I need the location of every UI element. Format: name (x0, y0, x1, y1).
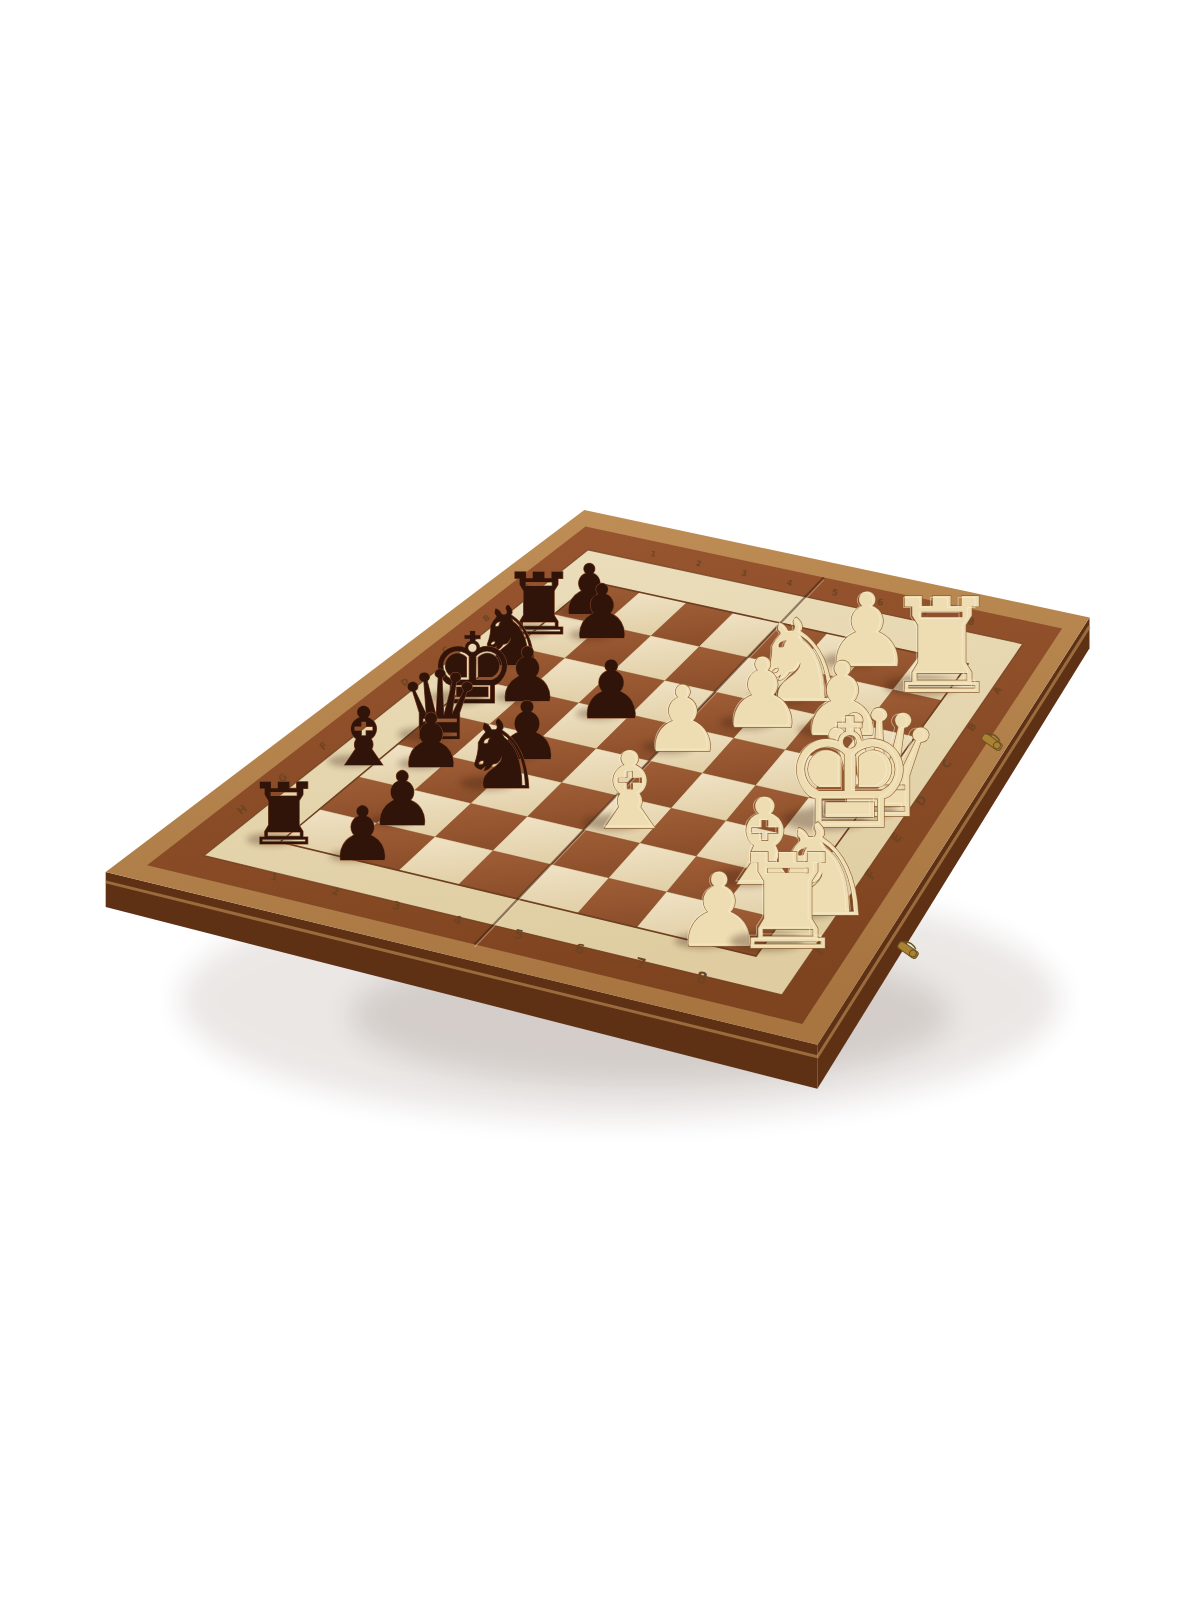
chess-board-3d-view: AABBCCDDEEFFGGHH1122334455667788♟♜♟♟♟♞♜♜… (0, 0, 1200, 1600)
piece-dark-pawn-h2: ♟ (329, 791, 396, 878)
piece-light-bishop-f5: ♝♝ (582, 729, 678, 853)
piece-glyph-knight: ♞ (459, 700, 544, 810)
piece-glyph-rook: ♜ (246, 765, 322, 864)
piece-light-rook-h8: ♜♜ (728, 826, 847, 979)
piece-glyph-highlight: ♜ (728, 827, 842, 975)
piece-dark-knight-f3: ♞ (459, 700, 544, 810)
product-photo-page: AABBCCDDEEFFGGHH1122334455667788♟♜♟♟♟♞♜♜… (0, 0, 1200, 1600)
piece-glyph-pawn: ♟ (575, 643, 647, 737)
piece-glyph-highlight: ♝ (582, 731, 674, 850)
piece-dark-pawn-c3: ♟ (575, 643, 647, 737)
piece-dark-rook-h1: ♜ (246, 765, 322, 864)
piece-glyph-pawn: ♟ (329, 791, 396, 878)
